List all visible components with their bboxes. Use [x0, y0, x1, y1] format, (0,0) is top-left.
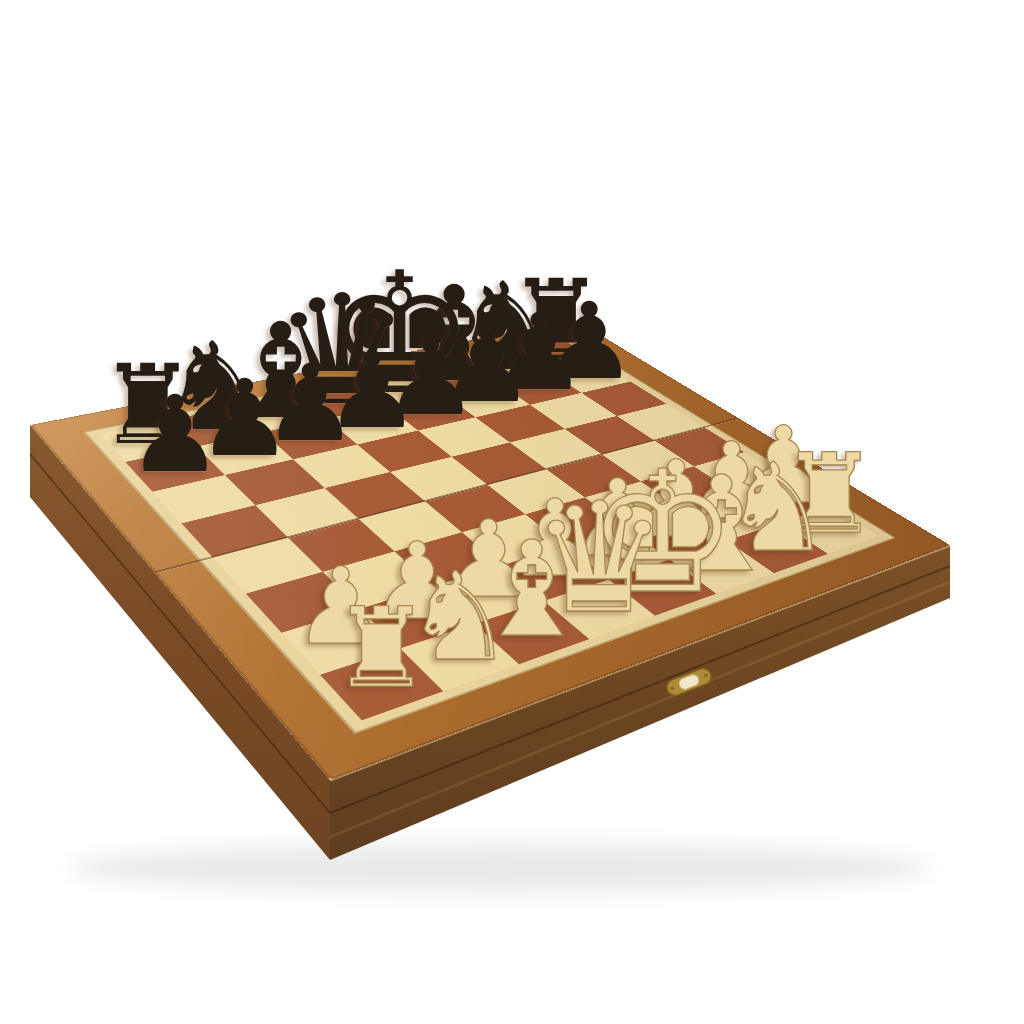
floor-shadow: [70, 842, 930, 894]
product-photo-canvas: ♜♞♝♛♚♝♞♜♟♟♟♟♟♟♟♟♟♟♟♟♟♟♟♟♜♞♝♛♚♝♞♜: [0, 0, 1024, 1024]
